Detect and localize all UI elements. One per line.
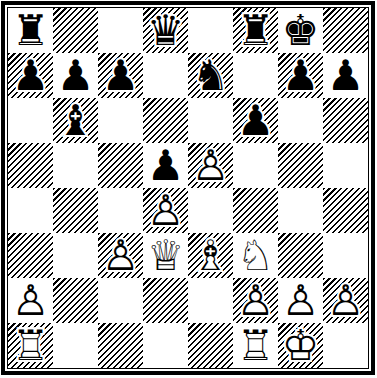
white-pawn[interactable]: ♙: [188, 143, 233, 188]
square-e3[interactable]: ♝♗: [188, 233, 233, 278]
white-pawn[interactable]: ♙: [98, 233, 143, 278]
white-pawn[interactable]: ♙: [278, 278, 323, 323]
square-e1[interactable]: [188, 323, 233, 368]
square-f3[interactable]: ♞♘: [233, 233, 278, 278]
white-knight-halo: ♞: [233, 233, 278, 278]
black-pawn[interactable]: ♟: [143, 143, 188, 188]
page: ♜♜♛♛♜♜♚♚♟♟♟♟♟♟♞♞♟♟♟♟♝♝♟♟♟♟♟♙♟♙♟♙♛♕♝♗♞♘♟♙…: [0, 0, 377, 378]
black-pawn-halo: ♟: [143, 143, 188, 188]
square-g4[interactable]: [278, 188, 323, 233]
square-a3[interactable]: [8, 233, 53, 278]
square-e8[interactable]: [188, 8, 233, 53]
black-pawn-halo: ♟: [323, 53, 368, 98]
white-pawn[interactable]: ♙: [233, 278, 278, 323]
white-pawn-halo: ♟: [323, 278, 368, 323]
square-h5[interactable]: [323, 143, 368, 188]
square-c1[interactable]: [98, 323, 143, 368]
square-f8[interactable]: ♜♜: [233, 8, 278, 53]
square-b4[interactable]: [53, 188, 98, 233]
white-rook[interactable]: ♖: [233, 323, 278, 368]
white-queen-halo: ♛: [143, 233, 188, 278]
square-c2[interactable]: [98, 278, 143, 323]
square-d1[interactable]: [143, 323, 188, 368]
white-pawn-halo: ♟: [233, 278, 278, 323]
square-d2[interactable]: [143, 278, 188, 323]
black-pawn-halo: ♟: [53, 53, 98, 98]
square-f2[interactable]: ♟♙: [233, 278, 278, 323]
square-h8[interactable]: [323, 8, 368, 53]
square-h4[interactable]: [323, 188, 368, 233]
square-f1[interactable]: ♜♖: [233, 323, 278, 368]
square-g2[interactable]: ♟♙: [278, 278, 323, 323]
board-inner-border: ♜♜♛♛♜♜♚♚♟♟♟♟♟♟♞♞♟♟♟♟♝♝♟♟♟♟♟♙♟♙♟♙♛♕♝♗♞♘♟♙…: [7, 7, 369, 369]
square-a8[interactable]: ♜♜: [8, 8, 53, 53]
square-b6[interactable]: ♝♝: [53, 98, 98, 143]
square-c4[interactable]: [98, 188, 143, 233]
square-f7[interactable]: [233, 53, 278, 98]
square-b8[interactable]: [53, 8, 98, 53]
square-c5[interactable]: [98, 143, 143, 188]
black-pawn-halo: ♟: [98, 53, 143, 98]
white-pawn-halo: ♟: [188, 143, 233, 188]
square-b5[interactable]: [53, 143, 98, 188]
square-g3[interactable]: [278, 233, 323, 278]
white-pawn-halo: ♟: [278, 278, 323, 323]
black-pawn[interactable]: ♟: [98, 53, 143, 98]
board-frame: ♜♜♛♛♜♜♚♚♟♟♟♟♟♟♞♞♟♟♟♟♝♝♟♟♟♟♟♙♟♙♟♙♛♕♝♗♞♘♟♙…: [1, 1, 375, 375]
white-knight[interactable]: ♘: [233, 233, 278, 278]
square-a6[interactable]: [8, 98, 53, 143]
black-pawn-halo: ♟: [8, 53, 53, 98]
square-e4[interactable]: [188, 188, 233, 233]
square-g1[interactable]: ♚♔: [278, 323, 323, 368]
square-e5[interactable]: ♟♙: [188, 143, 233, 188]
black-pawn[interactable]: ♟: [323, 53, 368, 98]
black-queen[interactable]: ♛: [143, 8, 188, 53]
black-bishop[interactable]: ♝: [53, 98, 98, 143]
square-b7[interactable]: ♟♟: [53, 53, 98, 98]
white-pawn[interactable]: ♙: [143, 188, 188, 233]
black-bishop-halo: ♝: [53, 98, 98, 143]
white-pawn-halo: ♟: [8, 278, 53, 323]
square-c8[interactable]: [98, 8, 143, 53]
square-h6[interactable]: [323, 98, 368, 143]
white-pawn-halo: ♟: [98, 233, 143, 278]
black-pawn-halo: ♟: [233, 98, 278, 143]
square-a5[interactable]: [8, 143, 53, 188]
square-g8[interactable]: ♚♚: [278, 8, 323, 53]
square-d3[interactable]: ♛♕: [143, 233, 188, 278]
square-d6[interactable]: [143, 98, 188, 143]
square-c3[interactable]: ♟♙: [98, 233, 143, 278]
black-king-halo: ♚: [278, 8, 323, 53]
white-rook[interactable]: ♖: [8, 323, 53, 368]
square-d4[interactable]: ♟♙: [143, 188, 188, 233]
black-pawn[interactable]: ♟: [8, 53, 53, 98]
square-b1[interactable]: [53, 323, 98, 368]
black-pawn[interactable]: ♟: [53, 53, 98, 98]
black-rook-halo: ♜: [233, 8, 278, 53]
black-pawn[interactable]: ♟: [278, 53, 323, 98]
black-knight-halo: ♞: [188, 53, 233, 98]
white-rook-halo: ♜: [233, 323, 278, 368]
square-g5[interactable]: [278, 143, 323, 188]
square-g7[interactable]: ♟♟: [278, 53, 323, 98]
white-pawn[interactable]: ♙: [323, 278, 368, 323]
square-h1[interactable]: [323, 323, 368, 368]
black-pawn[interactable]: ♟: [233, 98, 278, 143]
square-e2[interactable]: [188, 278, 233, 323]
square-c7[interactable]: ♟♟: [98, 53, 143, 98]
square-h2[interactable]: ♟♙: [323, 278, 368, 323]
square-h7[interactable]: ♟♟: [323, 53, 368, 98]
chess-board: ♜♜♛♛♜♜♚♚♟♟♟♟♟♟♞♞♟♟♟♟♝♝♟♟♟♟♟♙♟♙♟♙♛♕♝♗♞♘♟♙…: [8, 8, 368, 368]
white-pawn[interactable]: ♙: [8, 278, 53, 323]
white-queen[interactable]: ♕: [143, 233, 188, 278]
square-g6[interactable]: [278, 98, 323, 143]
square-h3[interactable]: [323, 233, 368, 278]
square-f6[interactable]: ♟♟: [233, 98, 278, 143]
square-e7[interactable]: ♞♞: [188, 53, 233, 98]
square-b3[interactable]: [53, 233, 98, 278]
square-d8[interactable]: ♛♛: [143, 8, 188, 53]
square-a1[interactable]: ♜♖: [8, 323, 53, 368]
black-knight[interactable]: ♞: [188, 53, 233, 98]
white-pawn-halo: ♟: [143, 188, 188, 233]
black-rook[interactable]: ♜: [8, 8, 53, 53]
white-bishop-halo: ♝: [188, 233, 233, 278]
black-king[interactable]: ♚: [278, 8, 323, 53]
white-king[interactable]: ♔: [278, 323, 323, 368]
square-f5[interactable]: [233, 143, 278, 188]
black-rook[interactable]: ♜: [233, 8, 278, 53]
square-c6[interactable]: [98, 98, 143, 143]
black-rook-halo: ♜: [8, 8, 53, 53]
square-d5[interactable]: ♟♟: [143, 143, 188, 188]
white-king-halo: ♚: [278, 323, 323, 368]
square-f4[interactable]: [233, 188, 278, 233]
white-bishop[interactable]: ♗: [188, 233, 233, 278]
square-d7[interactable]: [143, 53, 188, 98]
square-a4[interactable]: [8, 188, 53, 233]
white-rook-halo: ♜: [8, 323, 53, 368]
square-a2[interactable]: ♟♙: [8, 278, 53, 323]
square-a7[interactable]: ♟♟: [8, 53, 53, 98]
square-b2[interactable]: [53, 278, 98, 323]
square-e6[interactable]: [188, 98, 233, 143]
black-queen-halo: ♛: [143, 8, 188, 53]
black-pawn-halo: ♟: [278, 53, 323, 98]
